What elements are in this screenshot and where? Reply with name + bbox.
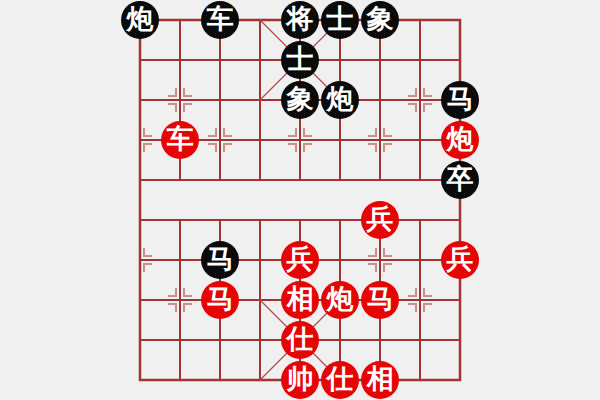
piece-red-general[interactable]: 帅 — [281, 361, 319, 399]
piece-glyph: 相 — [287, 286, 314, 313]
piece-black-horse[interactable]: 马 — [441, 81, 479, 119]
piece-glyph: 象 — [287, 86, 314, 113]
piece-black-cannon[interactable]: 炮 — [121, 1, 159, 39]
piece-glyph: 帅 — [287, 366, 314, 393]
piece-black-advisor[interactable]: 士 — [281, 41, 319, 79]
piece-glyph: 炮 — [127, 6, 154, 33]
piece-glyph: 仕 — [287, 326, 314, 353]
piece-glyph: 士 — [327, 6, 354, 33]
piece-glyph: 车 — [207, 6, 234, 33]
piece-black-cannon[interactable]: 炮 — [321, 81, 359, 119]
piece-red-horse[interactable]: 马 — [361, 281, 399, 319]
piece-red-soldier[interactable]: 兵 — [441, 241, 479, 279]
piece-black-soldier[interactable]: 卒 — [441, 161, 479, 199]
piece-glyph: 兵 — [367, 206, 394, 233]
piece-glyph: 仕 — [327, 366, 354, 393]
piece-black-elephant[interactable]: 象 — [281, 81, 319, 119]
piece-glyph: 马 — [447, 86, 474, 113]
piece-black-advisor[interactable]: 士 — [321, 1, 359, 39]
piece-glyph: 士 — [287, 46, 314, 73]
piece-red-advisor[interactable]: 仕 — [321, 361, 359, 399]
piece-glyph: 炮 — [327, 86, 354, 113]
piece-glyph: 卒 — [447, 166, 474, 193]
xiangqi-board[interactable]: 炮车将士象士象炮马车炮卒兵马兵兵马相炮马仕帅仕相 — [120, 0, 480, 400]
piece-red-chariot[interactable]: 车 — [161, 121, 199, 159]
piece-glyph: 马 — [207, 286, 234, 313]
piece-red-cannon[interactable]: 炮 — [321, 281, 359, 319]
piece-glyph: 兵 — [447, 246, 474, 273]
piece-red-elephant[interactable]: 相 — [361, 361, 399, 399]
piece-black-horse[interactable]: 马 — [201, 241, 239, 279]
piece-glyph: 车 — [167, 126, 194, 153]
xiangqi-app: 炮车将士象士象炮马车炮卒兵马兵兵马相炮马仕帅仕相 — [0, 0, 600, 400]
piece-glyph: 马 — [367, 286, 394, 313]
piece-glyph: 将 — [287, 6, 314, 33]
piece-glyph: 炮 — [447, 126, 474, 153]
piece-glyph: 马 — [207, 246, 234, 273]
piece-black-elephant[interactable]: 象 — [361, 1, 399, 39]
piece-red-soldier[interactable]: 兵 — [361, 201, 399, 239]
piece-red-cannon[interactable]: 炮 — [441, 121, 479, 159]
piece-red-soldier[interactable]: 兵 — [281, 241, 319, 279]
piece-red-horse[interactable]: 马 — [201, 281, 239, 319]
piece-glyph: 炮 — [327, 286, 354, 313]
piece-red-advisor[interactable]: 仕 — [281, 321, 319, 359]
piece-glyph: 兵 — [287, 246, 314, 273]
piece-black-general[interactable]: 将 — [281, 1, 319, 39]
piece-black-chariot[interactable]: 车 — [201, 1, 239, 39]
piece-red-elephant[interactable]: 相 — [281, 281, 319, 319]
piece-glyph: 象 — [367, 6, 394, 33]
piece-glyph: 相 — [367, 366, 394, 393]
